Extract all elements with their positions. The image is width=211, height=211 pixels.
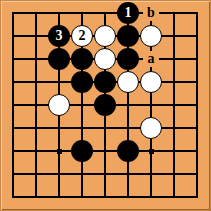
intersection-5-7[interactable] [94,140,117,163]
intersection-1-7[interactable] [2,140,25,163]
black-stone [48,48,70,70]
intersection-9-3[interactable] [186,48,209,71]
grid-line-vertical [12,25,14,48]
grid-line-vertical [12,48,14,71]
intersection-3-2[interactable]: 3 [48,25,71,48]
grid-line-vertical [35,48,37,71]
grid-line-vertical [12,117,14,140]
grid-line-vertical [150,94,152,117]
intersection-4-8[interactable] [71,163,94,186]
intersection-1-9[interactable] [2,186,25,209]
intersection-9-7[interactable] [186,140,209,163]
grid-line-vertical [173,117,175,140]
grid-line-vertical [35,12,37,25]
white-stone [94,25,116,47]
intersection-7-2[interactable] [140,25,163,48]
intersection-3-8[interactable] [48,163,71,186]
grid-line-vertical [196,186,198,199]
intersection-1-6[interactable] [2,117,25,140]
intersection-4-1[interactable] [71,2,94,25]
grid-line-vertical [196,140,198,163]
intersection-2-4[interactable] [25,71,48,94]
intersection-9-8[interactable] [186,163,209,186]
grid-line-vertical [58,186,60,199]
intersection-4-9[interactable] [71,186,94,209]
grid-line-vertical [150,163,152,186]
black-stone [71,140,93,162]
grid-line-vertical [12,186,14,199]
white-stone [140,117,162,139]
intersection-7-8[interactable] [140,163,163,186]
black-stone [94,71,116,93]
intersection-4-7[interactable] [71,140,94,163]
black-stone [71,48,93,70]
intersection-4-4[interactable] [71,71,94,94]
grid-line-vertical [196,48,198,71]
grid-line-vertical [35,140,37,163]
intersection-6-7[interactable] [117,140,140,163]
grid-line-vertical [196,117,198,140]
intersection-1-3[interactable] [2,48,25,71]
grid-line-vertical [81,117,83,140]
intersection-2-2[interactable] [25,25,48,48]
intersection-3-1[interactable] [48,2,71,25]
grid-line-vertical [58,71,60,94]
intersection-7-5[interactable] [140,94,163,117]
intersection-3-7[interactable] [48,140,71,163]
grid-line-vertical [35,163,37,186]
intersection-3-4[interactable] [48,71,71,94]
intersection-4-3[interactable] [71,48,94,71]
intersection-4-5[interactable] [71,94,94,117]
grid-line-vertical [81,12,83,25]
intersection-8-3[interactable] [163,48,186,71]
move-2-white-stone: 2 [71,25,93,47]
grid-line-vertical [173,12,175,25]
grid-line-vertical [35,71,37,94]
intersection-6-5[interactable] [117,94,140,117]
board-grid: 1b32a [2,2,209,209]
grid-line-vertical [12,94,14,117]
intersection-5-4[interactable] [94,71,117,94]
star-point [149,149,154,154]
grid-line-vertical [127,186,129,199]
intersection-2-6[interactable] [25,117,48,140]
intersection-7-1[interactable]: b [140,2,163,25]
black-stone [117,48,139,70]
intersection-6-8[interactable] [117,163,140,186]
intersection-2-7[interactable] [25,140,48,163]
grid-line-vertical [12,71,14,94]
intersection-6-9[interactable] [117,186,140,209]
intersection-1-4[interactable] [2,71,25,94]
grid-line-vertical [173,94,175,117]
intersection-2-9[interactable] [25,186,48,209]
grid-line-vertical [81,94,83,117]
intersection-4-6[interactable] [71,117,94,140]
grid-line-vertical [35,186,37,199]
star-point [57,149,62,154]
black-stone [71,71,93,93]
intersection-9-6[interactable] [186,117,209,140]
intersection-2-1[interactable] [25,2,48,25]
intersection-7-7[interactable] [140,140,163,163]
intersection-9-5[interactable] [186,94,209,117]
intersection-6-6[interactable] [117,117,140,140]
intersection-5-1[interactable] [94,2,117,25]
intersection-3-3[interactable] [48,48,71,71]
grid-line-vertical [12,140,14,163]
grid-line-vertical [196,71,198,94]
intersection-9-9[interactable] [186,186,209,209]
intersection-8-5[interactable] [163,94,186,117]
intersection-3-6[interactable] [48,117,71,140]
point-label-b: b [143,5,159,21]
intersection-5-8[interactable] [94,163,117,186]
grid-line-vertical [35,117,37,140]
intersection-5-3[interactable] [94,48,117,71]
intersection-1-8[interactable] [2,163,25,186]
intersection-9-4[interactable] [186,71,209,94]
intersection-5-6[interactable] [94,117,117,140]
intersection-8-8[interactable] [163,163,186,186]
intersection-6-2[interactable] [117,25,140,48]
move-1-black-stone: 1 [117,2,139,24]
intersection-2-3[interactable] [25,48,48,71]
intersection-3-9[interactable] [48,186,71,209]
grid-line-vertical [196,12,198,25]
grid-line-vertical [196,94,198,117]
grid-line-vertical [104,186,106,199]
go-board: 1b32a [0,0,211,211]
grid-line-vertical [196,163,198,186]
grid-line-vertical [58,117,60,140]
move-3-black-stone: 3 [48,25,70,47]
grid-line-vertical [58,12,60,25]
white-stone [117,71,139,93]
intersection-2-8[interactable] [25,163,48,186]
intersection-8-7[interactable] [163,140,186,163]
grid-line-vertical [173,48,175,71]
grid-line-vertical [104,117,106,140]
white-stone [94,48,116,70]
grid-line-vertical [81,186,83,199]
grid-line-vertical [173,163,175,186]
white-stone [48,94,70,116]
intersection-1-1[interactable] [2,2,25,25]
intersection-7-3[interactable]: a [140,48,163,71]
point-label-a: a [143,51,159,67]
grid-line-vertical [173,25,175,48]
grid-line-vertical [12,12,14,25]
intersection-2-5[interactable] [25,94,48,117]
grid-line-vertical [196,25,198,48]
intersection-7-6[interactable] [140,117,163,140]
grid-line-vertical [104,12,106,25]
grid-line-vertical [104,140,106,163]
grid-line-vertical [35,94,37,117]
intersection-8-6[interactable] [163,117,186,140]
grid-line-vertical [127,163,129,186]
intersection-5-9[interactable] [94,186,117,209]
intersection-6-1[interactable]: 1 [117,2,140,25]
grid-line-vertical [173,71,175,94]
white-stone [140,71,162,93]
intersection-6-3[interactable] [117,48,140,71]
intersection-1-2[interactable] [2,25,25,48]
grid-line-vertical [81,163,83,186]
grid-line-vertical [173,186,175,199]
intersection-5-2[interactable] [94,25,117,48]
white-stone [140,25,162,47]
intersection-6-4[interactable] [117,71,140,94]
intersection-9-1[interactable] [186,2,209,25]
grid-line-vertical [150,186,152,199]
black-stone [117,25,139,47]
intersection-8-9[interactable] [163,186,186,209]
intersection-7-9[interactable] [140,186,163,209]
grid-line-vertical [127,94,129,117]
intersection-3-5[interactable] [48,94,71,117]
intersection-1-5[interactable] [2,94,25,117]
grid-line-vertical [35,25,37,48]
grid-line-vertical [12,163,14,186]
intersection-8-2[interactable] [163,25,186,48]
intersection-9-2[interactable] [186,25,209,48]
grid-line-vertical [104,163,106,186]
black-stone [117,140,139,162]
intersection-8-4[interactable] [163,71,186,94]
intersection-4-2[interactable]: 2 [71,25,94,48]
grid-line-vertical [173,140,175,163]
intersection-5-5[interactable] [94,94,117,117]
grid-line-vertical [58,163,60,186]
intersection-8-1[interactable] [163,2,186,25]
grid-line-vertical [127,117,129,140]
black-stone [94,94,116,116]
intersection-7-4[interactable] [140,71,163,94]
